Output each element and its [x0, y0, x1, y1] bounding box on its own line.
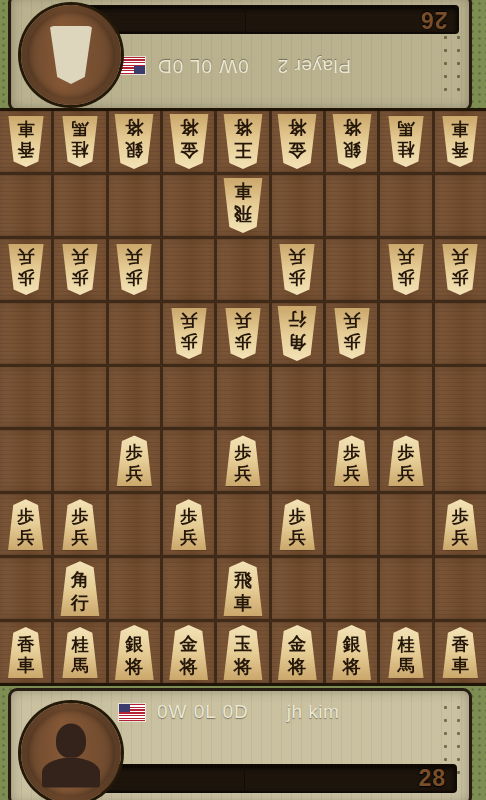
piece-sente-gold[interactable]: 金将 — [275, 625, 319, 680]
piece-kanji: 兵 — [397, 463, 414, 484]
board-cell[interactable]: 歩兵 — [380, 239, 431, 300]
piece-kanji: 歩 — [289, 506, 306, 527]
piece-sente-lance[interactable]: 香車 — [6, 627, 46, 678]
piece-sente-bishop[interactable]: 角行 — [58, 561, 102, 616]
piece-sente-rook[interactable]: 飛車 — [221, 561, 265, 616]
board-cell[interactable]: 歩兵 — [326, 303, 377, 364]
board-cell[interactable]: 歩兵 — [435, 239, 486, 300]
shogi-board[interactable]: 香車桂馬銀将金将王将金将銀将桂馬香車飛車歩兵歩兵歩兵歩兵歩兵歩兵歩兵歩兵角行歩兵… — [0, 108, 486, 686]
piece-gote-knight[interactable]: 桂馬 — [60, 116, 100, 167]
board-cell[interactable]: 桂馬 — [380, 111, 431, 172]
board-cell[interactable]: 歩兵 — [109, 239, 160, 300]
piece-kanji: 桂 — [397, 139, 414, 160]
board-cell[interactable]: 歩兵 — [217, 430, 268, 491]
us-flag-icon — [119, 58, 145, 75]
piece-kanji: 行 — [288, 308, 306, 331]
piece-kanji: 将 — [288, 116, 306, 139]
piece-kanji: 歩 — [343, 442, 360, 463]
board-cell[interactable]: 玉将 — [217, 622, 268, 683]
piece-kanji: 兵 — [126, 246, 143, 267]
board-cell[interactable] — [272, 430, 323, 491]
piece-kanji: 兵 — [71, 246, 88, 267]
board-cell[interactable]: 桂馬 — [54, 622, 105, 683]
piece-gote-pawn[interactable]: 歩兵 — [440, 244, 480, 295]
board-cell[interactable] — [435, 303, 486, 364]
board-cell[interactable] — [0, 430, 51, 491]
piece-kanji: 金 — [288, 633, 306, 656]
piece-sente-knight[interactable]: 桂馬 — [386, 627, 426, 678]
board-cell[interactable] — [272, 558, 323, 619]
piece-gote-knight[interactable]: 桂馬 — [386, 116, 426, 167]
board-cell[interactable]: 歩兵 — [380, 430, 431, 491]
board-cell[interactable] — [109, 494, 160, 555]
piece-gote-gold[interactable]: 金将 — [167, 114, 211, 169]
piece-kanji: 香 — [452, 139, 469, 160]
piece-kanji: 香 — [452, 634, 469, 655]
board-cell[interactable] — [0, 367, 51, 428]
board-cell[interactable] — [0, 175, 51, 236]
piece-kanji: 兵 — [17, 246, 34, 267]
piece-kanji: 将 — [343, 116, 361, 139]
piece-kanji: 歩 — [343, 331, 360, 352]
piece-kanji: 王 — [234, 138, 252, 161]
board-cell[interactable] — [54, 303, 105, 364]
player-panel: 0W 0L 0D jh kim 28 — [8, 688, 472, 800]
piece-gote-lance[interactable]: 香車 — [440, 116, 480, 167]
opponent-info: Player 2 0W 0L 0D — [119, 55, 351, 77]
piece-kanji: 香 — [17, 634, 34, 655]
piece-kanji: 銀 — [125, 633, 143, 656]
piece-kanji: 将 — [234, 656, 252, 679]
piece-kanji: 行 — [71, 592, 89, 615]
board-cell[interactable] — [380, 303, 431, 364]
piece-gote-gold[interactable]: 金将 — [275, 114, 319, 169]
piece-kanji: 兵 — [343, 310, 360, 331]
piece-sente-pawn[interactable]: 歩兵 — [332, 435, 372, 486]
game-screen: 26 Player 2 0W 0L 0D 香車桂馬銀将金将王将金将銀将桂馬香車飛… — [0, 0, 486, 800]
board-cell[interactable] — [380, 175, 431, 236]
piece-kanji: 玉 — [234, 633, 252, 656]
piece-kanji: 角 — [71, 569, 89, 592]
piece-kanji: 兵 — [452, 527, 469, 548]
piece-kanji: 金 — [180, 633, 198, 656]
piece-gote-pawn[interactable]: 歩兵 — [6, 244, 46, 295]
piece-kanji: 桂 — [397, 634, 414, 655]
board-cell[interactable]: 歩兵 — [0, 494, 51, 555]
piece-sente-pawn[interactable]: 歩兵 — [223, 435, 263, 486]
board-cell[interactable] — [380, 367, 431, 428]
piece-gote-pawn[interactable]: 歩兵 — [169, 308, 209, 359]
board-cell[interactable]: 銀将 — [326, 622, 377, 683]
opponent-timer-value: 26 — [420, 7, 448, 32]
board-cell[interactable]: 歩兵 — [272, 494, 323, 555]
piece-kanji: 歩 — [452, 267, 469, 288]
player-info: 0W 0L 0D jh kim — [119, 701, 339, 723]
piece-sente-pawn[interactable]: 歩兵 — [169, 499, 209, 550]
piece-kanji: 金 — [288, 138, 306, 161]
piece-kanji: 兵 — [397, 246, 414, 267]
piece-kanji: 馬 — [397, 118, 414, 139]
opponent-avatar[interactable] — [21, 5, 121, 105]
board-cell[interactable]: 金将 — [163, 111, 214, 172]
player-record: 0W 0L 0D — [157, 701, 249, 723]
piece-gote-pawn[interactable]: 歩兵 — [277, 244, 317, 295]
piece-kanji: 将 — [288, 656, 306, 679]
piece-kanji: 飛 — [234, 202, 252, 225]
board-cell[interactable] — [380, 558, 431, 619]
piece-sente-pawn[interactable]: 歩兵 — [114, 435, 154, 486]
player-timer-bar: 28 — [77, 764, 457, 793]
board-cell[interactable] — [163, 175, 214, 236]
board-cell[interactable] — [326, 239, 377, 300]
piece-kanji: 兵 — [180, 310, 197, 331]
board-cell[interactable]: 銀将 — [109, 111, 160, 172]
board-cell[interactable]: 歩兵 — [0, 239, 51, 300]
board-cell[interactable]: 歩兵 — [54, 494, 105, 555]
board-cell[interactable]: 香車 — [435, 622, 486, 683]
board-cell[interactable] — [435, 558, 486, 619]
piece-gote-bishop[interactable]: 角行 — [275, 306, 319, 361]
board-cell[interactable]: 歩兵 — [435, 494, 486, 555]
piece-kanji: 歩 — [17, 267, 34, 288]
piece-kanji: 金 — [180, 138, 198, 161]
board-cell[interactable] — [0, 558, 51, 619]
piece-kanji: 車 — [234, 180, 252, 203]
piece-kanji: 歩 — [180, 506, 197, 527]
piece-sente-king[interactable]: 玉将 — [221, 625, 265, 680]
board-cell[interactable]: 飛車 — [217, 175, 268, 236]
board-cell[interactable]: 金将 — [163, 622, 214, 683]
shogi-piece-logo-icon — [48, 26, 94, 84]
piece-sente-pawn[interactable]: 歩兵 — [6, 499, 46, 550]
piece-kanji: 車 — [17, 655, 34, 676]
piece-kanji: 兵 — [180, 527, 197, 548]
board-cell[interactable] — [435, 430, 486, 491]
piece-gote-silver[interactable]: 銀将 — [112, 114, 156, 169]
piece-kanji: 将 — [234, 116, 252, 139]
piece-kanji: 兵 — [17, 527, 34, 548]
player-timer-value: 28 — [418, 766, 446, 791]
board-cell[interactable] — [109, 558, 160, 619]
board-cell[interactable]: 金将 — [272, 622, 323, 683]
board-cell[interactable]: 歩兵 — [163, 494, 214, 555]
board-cell[interactable]: 銀将 — [326, 111, 377, 172]
board-cell[interactable] — [109, 367, 160, 428]
board-cell[interactable] — [326, 175, 377, 236]
piece-kanji: 将 — [343, 656, 361, 679]
board-cell[interactable] — [217, 367, 268, 428]
piece-gote-king[interactable]: 王将 — [221, 114, 265, 169]
piece-kanji: 馬 — [71, 655, 88, 676]
board-cell[interactable] — [163, 430, 214, 491]
piece-kanji: 歩 — [71, 506, 88, 527]
piece-sente-gold[interactable]: 金将 — [167, 625, 211, 680]
piece-gote-pawn[interactable]: 歩兵 — [223, 308, 263, 359]
board-cell[interactable]: 香車 — [0, 111, 51, 172]
piece-kanji: 歩 — [397, 442, 414, 463]
piece-kanji: 兵 — [343, 463, 360, 484]
piece-kanji: 車 — [17, 118, 34, 139]
piece-kanji: 兵 — [126, 463, 143, 484]
piece-kanji: 兵 — [289, 527, 306, 548]
board-cell[interactable] — [326, 494, 377, 555]
piece-kanji: 馬 — [71, 118, 88, 139]
piece-kanji: 歩 — [126, 442, 143, 463]
board-cell[interactable] — [109, 303, 160, 364]
piece-kanji: 銀 — [125, 138, 143, 161]
us-flag-icon — [119, 704, 145, 721]
piece-kanji: 歩 — [289, 267, 306, 288]
board-cell[interactable]: 角行 — [272, 303, 323, 364]
board-cell[interactable]: 歩兵 — [272, 239, 323, 300]
board-cell[interactable] — [109, 175, 160, 236]
piece-sente-silver[interactable]: 銀将 — [330, 625, 374, 680]
board-cell[interactable]: 王将 — [217, 111, 268, 172]
piece-kanji: 将 — [125, 656, 143, 679]
piece-kanji: 歩 — [126, 267, 143, 288]
board-cell[interactable] — [163, 367, 214, 428]
opponent-timer-bar: 26 — [77, 5, 459, 34]
piece-gote-lance[interactable]: 香車 — [6, 116, 46, 167]
piece-sente-silver[interactable]: 銀将 — [112, 625, 156, 680]
piece-kanji: 飛 — [234, 569, 252, 592]
piece-kanji: 兵 — [234, 463, 251, 484]
piece-gote-pawn[interactable]: 歩兵 — [114, 244, 154, 295]
opponent-record: 0W 0L 0D — [157, 55, 249, 77]
board-cell[interactable] — [54, 367, 105, 428]
board-cell[interactable] — [163, 239, 214, 300]
board-cell[interactable]: 桂馬 — [54, 111, 105, 172]
board-cell[interactable]: 金将 — [272, 111, 323, 172]
piece-sente-pawn[interactable]: 歩兵 — [386, 435, 426, 486]
board-cell[interactable]: 飛車 — [217, 558, 268, 619]
board-cell[interactable] — [272, 367, 323, 428]
board-cell[interactable]: 香車 — [0, 622, 51, 683]
board-cell[interactable]: 歩兵 — [54, 239, 105, 300]
player-name: jh kim — [287, 701, 340, 723]
player-avatar[interactable] — [21, 703, 121, 800]
board-cell[interactable]: 桂馬 — [380, 622, 431, 683]
piece-gote-silver[interactable]: 銀将 — [330, 114, 374, 169]
piece-sente-pawn[interactable]: 歩兵 — [60, 499, 100, 550]
piece-kanji: 馬 — [397, 655, 414, 676]
board-cell[interactable]: 歩兵 — [109, 430, 160, 491]
opponent-panel: 26 Player 2 0W 0L 0D — [8, 0, 472, 112]
board-cell[interactable]: 歩兵 — [217, 303, 268, 364]
piece-kanji: 香 — [17, 139, 34, 160]
piece-kanji: 歩 — [71, 267, 88, 288]
board-cell[interactable]: 歩兵 — [326, 430, 377, 491]
piece-gote-rook[interactable]: 飛車 — [221, 178, 265, 233]
piece-kanji: 車 — [452, 655, 469, 676]
opponent-name: Player 2 — [277, 55, 351, 77]
piece-kanji: 歩 — [180, 331, 197, 352]
board-cell[interactable] — [0, 303, 51, 364]
piece-kanji: 歩 — [397, 267, 414, 288]
piece-kanji: 桂 — [71, 634, 88, 655]
piece-sente-pawn[interactable]: 歩兵 — [277, 499, 317, 550]
board-cell[interactable] — [326, 558, 377, 619]
piece-kanji: 歩 — [234, 442, 251, 463]
board-cell[interactable] — [380, 494, 431, 555]
board-cell[interactable] — [326, 367, 377, 428]
piece-kanji: 銀 — [343, 633, 361, 656]
piece-sente-pawn[interactable]: 歩兵 — [440, 499, 480, 550]
board-cell[interactable]: 香車 — [435, 111, 486, 172]
piece-kanji: 兵 — [234, 310, 251, 331]
piece-kanji: 将 — [180, 656, 198, 679]
board-cell[interactable]: 歩兵 — [163, 303, 214, 364]
piece-kanji: 将 — [125, 116, 143, 139]
piece-gote-pawn[interactable]: 歩兵 — [332, 308, 372, 359]
piece-kanji: 兵 — [71, 527, 88, 548]
board-cell[interactable]: 銀将 — [109, 622, 160, 683]
board-cell[interactable]: 角行 — [54, 558, 105, 619]
piece-kanji: 車 — [452, 118, 469, 139]
piece-gote-pawn[interactable]: 歩兵 — [386, 244, 426, 295]
board-cell[interactable] — [163, 558, 214, 619]
piece-kanji: 歩 — [452, 506, 469, 527]
piece-kanji: 兵 — [452, 246, 469, 267]
piece-kanji: 桂 — [71, 139, 88, 160]
piece-kanji: 兵 — [289, 246, 306, 267]
board-cell[interactable] — [217, 494, 268, 555]
piece-sente-lance[interactable]: 香車 — [440, 627, 480, 678]
board-cell[interactable] — [217, 239, 268, 300]
board-cell[interactable] — [54, 430, 105, 491]
board-cell[interactable] — [435, 175, 486, 236]
piece-kanji: 将 — [180, 116, 198, 139]
piece-kanji: 角 — [288, 330, 306, 353]
board-cell[interactable] — [272, 175, 323, 236]
piece-kanji: 銀 — [343, 138, 361, 161]
piece-kanji: 車 — [234, 592, 252, 615]
board-cell[interactable] — [435, 367, 486, 428]
piece-kanji: 歩 — [17, 506, 34, 527]
piece-gote-pawn[interactable]: 歩兵 — [60, 244, 100, 295]
stitch-decoration — [437, 29, 463, 101]
person-silhouette-icon — [41, 724, 101, 788]
piece-sente-knight[interactable]: 桂馬 — [60, 627, 100, 678]
board-cell[interactable] — [54, 175, 105, 236]
piece-kanji: 歩 — [234, 331, 251, 352]
